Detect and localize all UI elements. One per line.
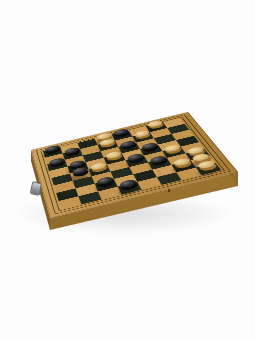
square-r7c7[interactable]: [196, 163, 221, 175]
